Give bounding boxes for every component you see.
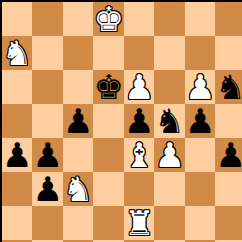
square-e2[interactable]: ♜ (124, 206, 154, 240)
square-f6[interactable] (154, 70, 184, 104)
square-f8[interactable] (154, 2, 184, 36)
square-a7[interactable]: ♞ (2, 36, 32, 70)
square-b5[interactable] (32, 104, 62, 138)
square-c5[interactable]: ♟ (63, 104, 93, 138)
piece-black-pawn[interactable]: ♟ (63, 104, 93, 138)
chess-board-frame: ♚♞♚♟♟♞♟♟♞♟♟♟♝♟♟♟♞♜♛ (0, 0, 242, 242)
square-d2[interactable] (93, 206, 123, 240)
square-e3[interactable] (124, 172, 154, 206)
square-b7[interactable] (32, 36, 62, 70)
piece-black-pawn[interactable]: ♟ (32, 172, 62, 206)
square-d6[interactable]: ♚ (93, 70, 123, 104)
piece-black-pawn[interactable]: ♟ (124, 104, 154, 138)
square-g4[interactable] (185, 138, 215, 172)
square-c3[interactable]: ♞ (63, 172, 93, 206)
square-b8[interactable] (32, 2, 62, 36)
square-c2[interactable] (63, 206, 93, 240)
square-g7[interactable] (185, 36, 215, 70)
square-g5[interactable]: ♟ (185, 104, 215, 138)
piece-black-knight[interactable]: ♞ (154, 104, 184, 138)
piece-black-knight[interactable]: ♞ (215, 70, 242, 104)
square-a5[interactable] (2, 104, 32, 138)
square-a6[interactable] (2, 70, 32, 104)
square-b3[interactable]: ♟ (32, 172, 62, 206)
square-h5[interactable] (215, 104, 242, 138)
square-h6[interactable]: ♞ (215, 70, 242, 104)
square-c6[interactable] (63, 70, 93, 104)
square-d4[interactable] (93, 138, 123, 172)
square-f2[interactable] (154, 206, 184, 240)
square-c8[interactable] (63, 2, 93, 36)
square-f4[interactable]: ♟ (154, 138, 184, 172)
square-h7[interactable] (215, 36, 242, 70)
square-f3[interactable] (154, 172, 184, 206)
square-b6[interactable] (32, 70, 62, 104)
piece-white-pawn[interactable]: ♟ (154, 138, 184, 172)
square-a8[interactable] (2, 2, 32, 36)
chess-board: ♚♞♚♟♟♞♟♟♞♟♟♟♝♟♟♟♞♜♛ (2, 2, 240, 240)
square-d3[interactable] (93, 172, 123, 206)
square-a3[interactable] (2, 172, 32, 206)
square-f5[interactable]: ♞ (154, 104, 184, 138)
square-e4[interactable]: ♝ (124, 138, 154, 172)
piece-white-rook[interactable]: ♜ (124, 206, 154, 240)
piece-white-knight[interactable]: ♞ (63, 172, 93, 206)
square-e6[interactable]: ♟ (124, 70, 154, 104)
square-e5[interactable]: ♟ (124, 104, 154, 138)
square-a4[interactable]: ♟ (2, 138, 32, 172)
square-b4[interactable]: ♟ (32, 138, 62, 172)
square-d5[interactable] (93, 104, 123, 138)
piece-white-bishop[interactable]: ♝ (124, 138, 154, 172)
square-h8[interactable] (215, 2, 242, 36)
square-f7[interactable] (154, 36, 184, 70)
piece-black-king[interactable]: ♚ (93, 70, 123, 104)
square-g3[interactable] (185, 172, 215, 206)
square-e8[interactable] (124, 2, 154, 36)
square-c7[interactable] (63, 36, 93, 70)
square-h2[interactable] (215, 206, 242, 240)
piece-white-pawn[interactable]: ♟ (185, 70, 215, 104)
piece-black-pawn[interactable]: ♟ (185, 104, 215, 138)
square-d7[interactable] (93, 36, 123, 70)
square-h4[interactable]: ♟ (215, 138, 242, 172)
piece-white-knight[interactable]: ♞ (2, 36, 32, 70)
square-c4[interactable] (63, 138, 93, 172)
square-b2[interactable] (32, 206, 62, 240)
piece-black-pawn[interactable]: ♟ (32, 138, 62, 172)
piece-white-pawn[interactable]: ♟ (124, 70, 154, 104)
square-g2[interactable] (185, 206, 215, 240)
piece-black-pawn[interactable]: ♟ (215, 138, 242, 172)
square-g6[interactable]: ♟ (185, 70, 215, 104)
square-g8[interactable] (185, 2, 215, 36)
piece-white-king[interactable]: ♚ (93, 2, 123, 36)
square-d8[interactable]: ♚ (93, 2, 123, 36)
square-e7[interactable] (124, 36, 154, 70)
square-a2[interactable] (2, 206, 32, 240)
square-h3[interactable] (215, 172, 242, 206)
piece-black-pawn[interactable]: ♟ (2, 138, 32, 172)
